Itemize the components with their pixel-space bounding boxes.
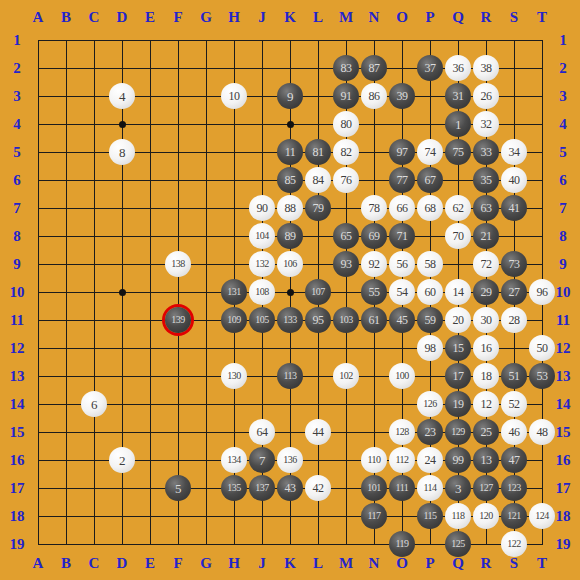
stone-J17-move-137: 137: [249, 475, 275, 501]
coord-top-A: A: [24, 7, 52, 27]
coord-top-Q: Q: [444, 7, 472, 27]
stone-R2-move-38: 38: [473, 55, 499, 81]
stone-P10-move-60: 60: [417, 279, 443, 305]
coord-top-R: R: [472, 7, 500, 27]
stone-P6-move-67: 67: [417, 167, 443, 193]
stone-P2-move-37: 37: [417, 55, 443, 81]
stone-L10-move-107: 107: [305, 279, 331, 305]
stone-O5-move-97: 97: [389, 139, 415, 165]
stone-R15-move-25: 25: [473, 419, 499, 445]
stone-P5-move-74: 74: [417, 139, 443, 165]
stone-H13-move-130: 130: [221, 363, 247, 389]
stone-M2-move-83: 83: [333, 55, 359, 81]
stone-Q3-move-31: 31: [445, 83, 471, 109]
stone-F9-move-138: 138: [165, 251, 191, 277]
coord-top-B: B: [52, 7, 80, 27]
stone-R9-move-72: 72: [473, 251, 499, 277]
stone-J7-move-90: 90: [249, 195, 275, 221]
stone-Q2-move-36: 36: [445, 55, 471, 81]
stone-N7-move-78: 78: [361, 195, 387, 221]
coord-top-F: F: [164, 7, 192, 27]
coord-top-D: D: [108, 7, 136, 27]
stone-R5-move-33: 33: [473, 139, 499, 165]
stone-R13-move-18: 18: [473, 363, 499, 389]
stone-R16-move-13: 13: [473, 447, 499, 473]
coord-top-E: E: [136, 7, 164, 27]
stone-P14-move-126: 126: [417, 391, 443, 417]
stone-Q19-move-125: 125: [445, 531, 471, 557]
stone-R4-move-32: 32: [473, 111, 499, 137]
stone-S16-move-47: 47: [501, 447, 527, 473]
stone-T18-move-124: 124: [529, 503, 555, 529]
stones-layer: 1234567891011121314151617181920212324252…: [24, 26, 556, 558]
coord-top-K: K: [276, 7, 304, 27]
stone-O3-move-39: 39: [389, 83, 415, 109]
stone-T12-move-50: 50: [529, 335, 555, 361]
stone-R10-move-29: 29: [473, 279, 499, 305]
stone-R7-move-63: 63: [473, 195, 499, 221]
stone-S7-move-41: 41: [501, 195, 527, 221]
stone-K7-move-88: 88: [277, 195, 303, 221]
stone-K8-move-89: 89: [277, 223, 303, 249]
stone-O6-move-77: 77: [389, 167, 415, 193]
stone-M13-move-102: 102: [333, 363, 359, 389]
stone-L7-move-79: 79: [305, 195, 331, 221]
stone-K6-move-85: 85: [277, 167, 303, 193]
stone-M4-move-80: 80: [333, 111, 359, 137]
stone-R12-move-16: 16: [473, 335, 499, 361]
stone-Q4-move-1: 1: [445, 111, 471, 137]
stone-N9-move-92: 92: [361, 251, 387, 277]
stone-K13-move-113: 113: [277, 363, 303, 389]
stone-N8-move-69: 69: [361, 223, 387, 249]
stone-N11-move-61: 61: [361, 307, 387, 333]
stone-L15-move-44: 44: [305, 419, 331, 445]
stone-D5-move-8: 8: [109, 139, 135, 165]
stone-F17-move-5: 5: [165, 475, 191, 501]
stone-S10-move-27: 27: [501, 279, 527, 305]
stone-O15-move-128: 128: [389, 419, 415, 445]
stone-Q15-move-129: 129: [445, 419, 471, 445]
coord-top-G: G: [192, 7, 220, 27]
stone-M3-move-91: 91: [333, 83, 359, 109]
stone-M8-move-65: 65: [333, 223, 359, 249]
coord-top-J: J: [248, 7, 276, 27]
stone-S6-move-40: 40: [501, 167, 527, 193]
stone-P7-move-68: 68: [417, 195, 443, 221]
stone-Q17-move-3: 3: [445, 475, 471, 501]
stone-Q7-move-62: 62: [445, 195, 471, 221]
stone-K3-move-9: 9: [277, 83, 303, 109]
stone-P9-move-58: 58: [417, 251, 443, 277]
stone-Q18-move-118: 118: [445, 503, 471, 529]
stone-K9-move-106: 106: [277, 251, 303, 277]
stone-Q11-move-20: 20: [445, 307, 471, 333]
stone-K11-move-133: 133: [277, 307, 303, 333]
stone-S14-move-52: 52: [501, 391, 527, 417]
stone-H11-move-109: 109: [221, 307, 247, 333]
coord-top-H: H: [220, 7, 248, 27]
stone-Q13-move-17: 17: [445, 363, 471, 389]
stone-P11-move-59: 59: [417, 307, 443, 333]
stone-H3-move-10: 10: [221, 83, 247, 109]
stone-O13-move-100: 100: [389, 363, 415, 389]
stone-Q12-move-15: 15: [445, 335, 471, 361]
stone-R6-move-35: 35: [473, 167, 499, 193]
coord-top-C: C: [80, 7, 108, 27]
stone-M6-move-76: 76: [333, 167, 359, 193]
stone-O10-move-54: 54: [389, 279, 415, 305]
stone-P16-move-24: 24: [417, 447, 443, 473]
coord-top-N: N: [360, 7, 388, 27]
stone-S11-move-28: 28: [501, 307, 527, 333]
stone-Q16-move-99: 99: [445, 447, 471, 473]
stone-K16-move-136: 136: [277, 447, 303, 473]
stone-H16-move-134: 134: [221, 447, 247, 473]
stone-D3-move-4: 4: [109, 83, 135, 109]
stone-L6-move-84: 84: [305, 167, 331, 193]
stone-K5-move-11: 11: [277, 139, 303, 165]
stone-O11-move-45: 45: [389, 307, 415, 333]
stone-N16-move-110: 110: [361, 447, 387, 473]
stone-L11-move-95: 95: [305, 307, 331, 333]
stone-O8-move-71: 71: [389, 223, 415, 249]
stone-Q5-move-75: 75: [445, 139, 471, 165]
stone-M11-move-103: 103: [333, 307, 359, 333]
stone-O19-move-119: 119: [389, 531, 415, 557]
stone-R17-move-127: 127: [473, 475, 499, 501]
stone-H10-move-131: 131: [221, 279, 247, 305]
stone-N18-move-117: 117: [361, 503, 387, 529]
stone-N10-move-55: 55: [361, 279, 387, 305]
coord-top-S: S: [500, 7, 528, 27]
stone-S5-move-34: 34: [501, 139, 527, 165]
stone-T10-move-96: 96: [529, 279, 555, 305]
stone-P17-move-114: 114: [417, 475, 443, 501]
stone-O16-move-112: 112: [389, 447, 415, 473]
stone-J8-move-104: 104: [249, 223, 275, 249]
stone-L5-move-81: 81: [305, 139, 331, 165]
stone-R8-move-21: 21: [473, 223, 499, 249]
stone-T13-move-53: 53: [529, 363, 555, 389]
stone-H17-move-135: 135: [221, 475, 247, 501]
stone-J9-move-132: 132: [249, 251, 275, 277]
stone-R11-move-30: 30: [473, 307, 499, 333]
coord-top-T: T: [528, 7, 556, 27]
stone-Q14-move-19: 19: [445, 391, 471, 417]
stone-S9-move-73: 73: [501, 251, 527, 277]
stone-J11-move-105: 105: [249, 307, 275, 333]
stone-O9-move-56: 56: [389, 251, 415, 277]
stone-O7-move-66: 66: [389, 195, 415, 221]
stone-S15-move-46: 46: [501, 419, 527, 445]
stone-N17-move-101: 101: [361, 475, 387, 501]
stone-Q8-move-70: 70: [445, 223, 471, 249]
stone-S13-move-51: 51: [501, 363, 527, 389]
stone-S18-move-121: 121: [501, 503, 527, 529]
stone-R14-move-12: 12: [473, 391, 499, 417]
coord-top-L: L: [304, 7, 332, 27]
stone-P18-move-115: 115: [417, 503, 443, 529]
coord-top-O: O: [388, 7, 416, 27]
stone-S17-move-123: 123: [501, 475, 527, 501]
stone-P12-move-98: 98: [417, 335, 443, 361]
stone-R3-move-26: 26: [473, 83, 499, 109]
stone-P15-move-23: 23: [417, 419, 443, 445]
stone-L17-move-42: 42: [305, 475, 331, 501]
stone-F11-move-139: 139: [165, 307, 191, 333]
stone-M9-move-93: 93: [333, 251, 359, 277]
stone-O17-move-111: 111: [389, 475, 415, 501]
stone-Q10-move-14: 14: [445, 279, 471, 305]
stone-C14-move-6: 6: [81, 391, 107, 417]
stone-S19-move-122: 122: [501, 531, 527, 557]
coord-top-M: M: [332, 7, 360, 27]
coord-top-P: P: [416, 7, 444, 27]
stone-D16-move-2: 2: [109, 447, 135, 473]
stone-J16-move-7: 7: [249, 447, 275, 473]
stone-J10-move-108: 108: [249, 279, 275, 305]
stone-T15-move-48: 48: [529, 419, 555, 445]
go-board[interactable]: AABBCCDDEEFFGGHHJJKKLLMMNNOOPPQQRRSSTT11…: [0, 0, 580, 580]
stone-R18-move-120: 120: [473, 503, 499, 529]
stone-K17-move-43: 43: [277, 475, 303, 501]
stone-J15-move-64: 64: [249, 419, 275, 445]
stone-M5-move-82: 82: [333, 139, 359, 165]
stone-N2-move-87: 87: [361, 55, 387, 81]
stone-N3-move-86: 86: [361, 83, 387, 109]
